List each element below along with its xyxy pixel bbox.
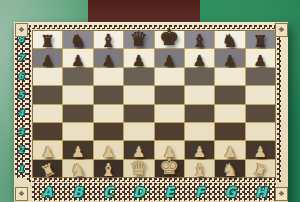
square-e5: [155, 86, 184, 103]
square-c6: [94, 68, 123, 85]
square-a2: ♟: [33, 141, 62, 158]
piece-white-pawn: ♟: [193, 145, 206, 159]
square-h6: [246, 68, 275, 85]
piece-black-bishop: ♝: [191, 32, 207, 49]
square-b4: [63, 105, 92, 122]
square-g4: [215, 105, 244, 122]
rank-label-4: 4: [15, 104, 27, 123]
square-g2: ♟: [215, 141, 244, 158]
border-checker-strip-top: [32, 25, 276, 29]
square-g3: [215, 123, 244, 140]
border-checker-strip-left: [27, 25, 31, 182]
piece-white-pawn: ♟: [162, 145, 175, 159]
piece-black-bishop: ♝: [100, 32, 116, 49]
square-a8: ♜: [33, 31, 62, 48]
corner-ornament-bottom-left: ❖: [15, 187, 28, 201]
square-e3: [155, 123, 184, 140]
piece-black-pawn: ♟: [71, 54, 84, 68]
square-a5: [33, 86, 62, 103]
square-h8: ♜: [246, 31, 275, 48]
square-c4: [94, 105, 123, 122]
square-c1: ♝: [94, 160, 123, 177]
piece-white-pawn: ♟: [102, 145, 115, 159]
piece-black-knight: ♞: [70, 32, 86, 49]
piece-white-pawn: ♟: [132, 145, 145, 159]
square-d1: ♛: [124, 160, 153, 177]
rank-label-2: 2: [15, 141, 27, 160]
border-checker-strip-right: [277, 25, 281, 182]
square-c7: ♟: [94, 49, 123, 66]
piece-white-king: ♚: [159, 157, 179, 178]
chess-photo-scene: ❖ ❖ ❖ ❖ 87654321 ♜♞♝♛♚♝♞♜♟♟♟♟♟♟♟♟♟♟♟♟♟♟♟…: [0, 0, 300, 202]
file-labels: ABCDEFGH: [32, 183, 276, 201]
square-g8: ♞: [215, 31, 244, 48]
file-label-b: B: [63, 183, 94, 201]
square-b2: ♟: [63, 141, 92, 158]
file-label-d: D: [124, 183, 155, 201]
square-c3: [94, 123, 123, 140]
square-f4: [185, 105, 214, 122]
piece-white-rook: ♜: [38, 161, 57, 180]
square-c5: [94, 86, 123, 103]
piece-white-knight: ♞: [222, 161, 238, 178]
square-a7: ♟: [33, 49, 62, 66]
corner-ornament-top-right: ❖: [275, 23, 288, 37]
square-d4: [124, 105, 153, 122]
square-d7: ♟: [124, 49, 153, 66]
border-checker-strip-bottom: [32, 178, 276, 182]
square-e7: ♟: [155, 49, 184, 66]
piece-black-pawn: ♟: [41, 54, 54, 68]
piece-black-pawn: ♟: [132, 54, 145, 68]
file-label-f: F: [185, 183, 216, 201]
piece-black-pawn: ♟: [223, 54, 236, 68]
square-g1: ♞: [215, 160, 244, 177]
square-f7: ♟: [185, 49, 214, 66]
square-f1: ♝: [185, 160, 214, 177]
square-g6: [215, 68, 244, 85]
piece-white-bishop: ♝: [100, 161, 116, 178]
square-a4: [33, 105, 62, 122]
square-f6: [185, 68, 214, 85]
piece-white-queen: ♛: [130, 159, 148, 178]
piece-white-knight: ♞: [70, 161, 86, 178]
square-f3: [185, 123, 214, 140]
square-a3: [33, 123, 62, 140]
square-f2: ♟: [185, 141, 214, 158]
square-e2: ♟: [155, 141, 184, 158]
square-h5: [246, 86, 275, 103]
square-a6: [33, 68, 62, 85]
piece-white-pawn: ♟: [254, 145, 267, 159]
square-h1: ♜: [246, 160, 275, 177]
rank-label-7: 7: [15, 49, 27, 68]
square-d5: [124, 86, 153, 103]
piece-white-bishop: ♝: [191, 161, 207, 178]
square-h2: ♟: [246, 141, 275, 158]
square-d3: [124, 123, 153, 140]
piece-black-rook: ♜: [253, 34, 267, 49]
square-c8: ♝: [94, 31, 123, 48]
square-f5: [185, 86, 214, 103]
square-b1: ♞: [63, 160, 92, 177]
file-label-h: H: [246, 183, 277, 201]
piece-black-pawn: ♟: [254, 54, 267, 68]
board-grid: ♜♞♝♛♚♝♞♜♟♟♟♟♟♟♟♟♟♟♟♟♟♟♟♟♜♞♝♛♚♝♞♜: [32, 30, 276, 178]
square-a1: ♜: [33, 160, 62, 177]
chess-board: ❖ ❖ ❖ ❖ 87654321 ♜♞♝♛♚♝♞♜♟♟♟♟♟♟♟♟♟♟♟♟♟♟♟…: [14, 22, 288, 202]
file-label-e: E: [154, 183, 185, 201]
piece-white-rook: ♜: [251, 161, 269, 180]
square-b3: [63, 123, 92, 140]
square-b6: [63, 68, 92, 85]
square-d6: [124, 68, 153, 85]
rank-label-1: 1: [15, 160, 27, 179]
square-e6: [155, 68, 184, 85]
file-label-c: C: [93, 183, 124, 201]
file-label-g: G: [215, 183, 246, 201]
piece-white-pawn: ♟: [223, 145, 236, 159]
square-g7: ♟: [215, 49, 244, 66]
piece-black-king: ♚: [159, 28, 179, 49]
rank-label-5: 5: [15, 86, 27, 105]
square-b7: ♟: [63, 49, 92, 66]
piece-white-pawn: ♟: [41, 145, 54, 159]
square-h4: [246, 105, 275, 122]
square-c2: ♟: [94, 141, 123, 158]
corner-ornament-top-left: ❖: [15, 23, 28, 37]
file-label-a: A: [32, 183, 63, 201]
square-h3: [246, 123, 275, 140]
square-e4: [155, 105, 184, 122]
square-g5: [215, 86, 244, 103]
square-e1: ♚: [155, 160, 184, 177]
piece-white-pawn: ♟: [71, 145, 84, 159]
square-d2: ♟: [124, 141, 153, 158]
rank-label-3: 3: [15, 123, 27, 142]
piece-black-knight: ♞: [222, 32, 238, 49]
square-h7: ♟: [246, 49, 275, 66]
rank-labels: 87654321: [15, 30, 27, 178]
piece-black-pawn: ♟: [162, 54, 175, 68]
square-b8: ♞: [63, 31, 92, 48]
square-d8: ♛: [124, 31, 153, 48]
square-b5: [63, 86, 92, 103]
piece-black-pawn: ♟: [193, 54, 206, 68]
rank-label-6: 6: [15, 67, 27, 86]
square-f8: ♝: [185, 31, 214, 48]
square-e8: ♚: [155, 31, 184, 48]
corner-ornament-bottom-right: ❖: [275, 187, 288, 201]
piece-black-pawn: ♟: [102, 54, 115, 68]
piece-black-queen: ♛: [130, 30, 148, 49]
piece-black-rook: ♜: [41, 34, 55, 49]
